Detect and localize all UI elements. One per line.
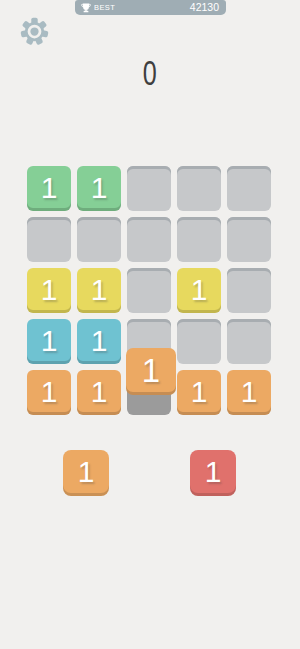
best-label: BEST (94, 0, 190, 15)
gear-icon (18, 15, 51, 48)
cell-r5c1-orange[interactable]: 1 (27, 370, 71, 415)
cell-r2c4-empty[interactable] (177, 217, 221, 262)
cell-r5c2-orange[interactable]: 1 (77, 370, 121, 415)
tile-value: 1 (191, 275, 208, 305)
tile-value: 1 (41, 326, 58, 356)
cell-r2c3-empty[interactable] (127, 217, 171, 262)
cell-r5c5-orange[interactable]: 1 (227, 370, 271, 415)
settings-button[interactable] (18, 15, 51, 48)
cell-r3c1-yellow[interactable]: 1 (27, 268, 71, 313)
falling-tile-orange-1[interactable]: 1 (126, 348, 176, 395)
tray-right-value: 1 (205, 457, 222, 487)
cell-r1c4-empty[interactable] (177, 166, 221, 211)
cell-r3c5-empty[interactable] (227, 268, 271, 313)
tray-tile-red-1[interactable]: 1 (190, 450, 236, 496)
tile-value: 1 (241, 377, 258, 407)
cell-r2c1-empty[interactable] (27, 217, 71, 262)
falling-tile-value: 1 (142, 354, 160, 387)
best-value: 42130 (190, 0, 219, 15)
tile-value: 1 (91, 377, 108, 407)
cell-r1c2-green[interactable]: 1 (77, 166, 121, 211)
cell-r4c5-empty[interactable] (227, 319, 271, 364)
cell-r5c4-orange[interactable]: 1 (177, 370, 221, 415)
cell-r4c2-blue[interactable]: 1 (77, 319, 121, 364)
cell-r1c5-empty[interactable] (227, 166, 271, 211)
tile-value: 1 (91, 275, 108, 305)
cell-r2c2-empty[interactable] (77, 217, 121, 262)
cell-r1c1-green[interactable]: 1 (27, 166, 71, 211)
cell-r3c4-yellow[interactable]: 1 (177, 268, 221, 313)
cell-r2c5-empty[interactable] (227, 217, 271, 262)
trophy-icon (81, 3, 91, 13)
cell-r1c3-empty[interactable] (127, 166, 171, 211)
tile-value: 1 (41, 173, 58, 203)
tile-value: 1 (41, 377, 58, 407)
tray-tile-orange-1[interactable]: 1 (63, 450, 109, 496)
cell-r4c4-empty[interactable] (177, 319, 221, 364)
current-score: 0 (0, 56, 300, 90)
tile-value: 1 (191, 377, 208, 407)
cell-r3c2-yellow[interactable]: 1 (77, 268, 121, 313)
tile-value: 1 (91, 326, 108, 356)
tray-left-value: 1 (78, 457, 95, 487)
game-screen: BEST 42130 0 11111111111 1 1 1 (0, 0, 300, 649)
tile-value: 1 (41, 275, 58, 305)
tile-value: 1 (91, 173, 108, 203)
best-score-bar: BEST 42130 (75, 0, 226, 15)
cell-r4c1-blue[interactable]: 1 (27, 319, 71, 364)
cell-r3c3-empty[interactable] (127, 268, 171, 313)
